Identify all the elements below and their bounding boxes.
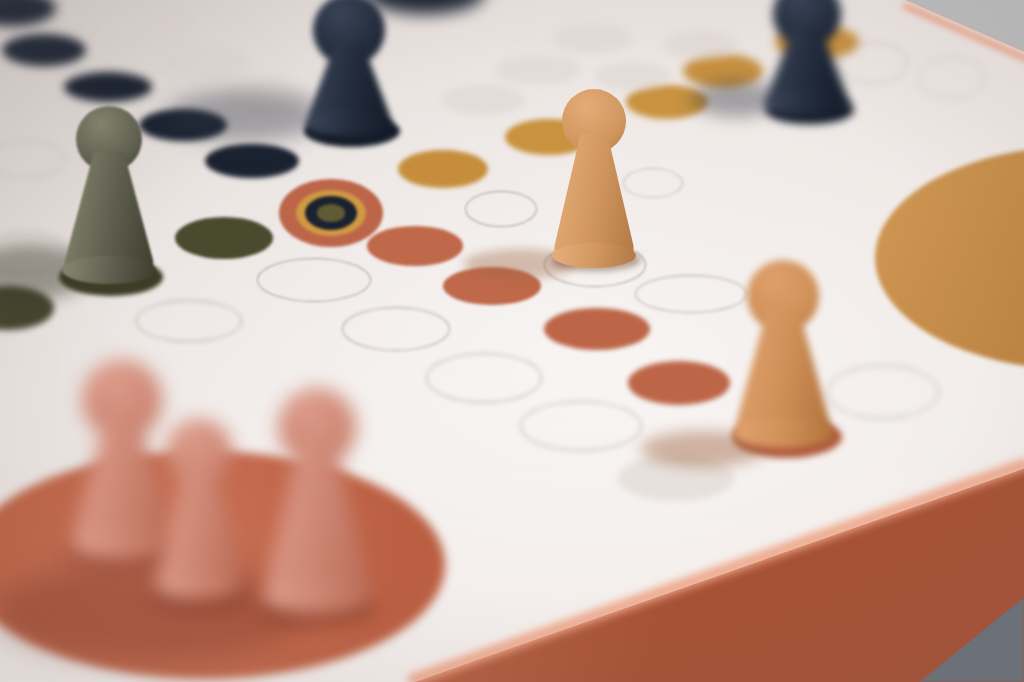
olive-pawn-foot: [62, 256, 156, 284]
orange-pawn-1-foot: [552, 243, 636, 268]
salmon-pawn-2-foot: [155, 574, 243, 600]
navy-pawn-2: [764, 0, 850, 116]
orange-pawn-2-foot: [733, 418, 833, 448]
orange-pawn-1: [552, 89, 636, 268]
navy-pawn-2-foot: [764, 90, 850, 116]
salmon-pawn-3: [262, 388, 372, 614]
olive-pawn-body: [62, 152, 156, 270]
navy-pawn-1-foot: [305, 110, 393, 136]
ludo-board-photo-scene: [0, 0, 1024, 682]
orange-pawn-1-body: [552, 134, 636, 256]
salmon-pawn-3-body: [262, 443, 372, 598]
salmon-pawn-3-foot: [262, 581, 372, 614]
salmon-pawn-2-body: [155, 465, 243, 587]
navy-pawn-1: [305, 0, 393, 136]
orange-pawn-2: [733, 260, 833, 448]
olive-pawn: [62, 106, 156, 284]
orange-pawn-2-body: [733, 310, 833, 433]
salmon-pawn-2: [155, 419, 243, 600]
